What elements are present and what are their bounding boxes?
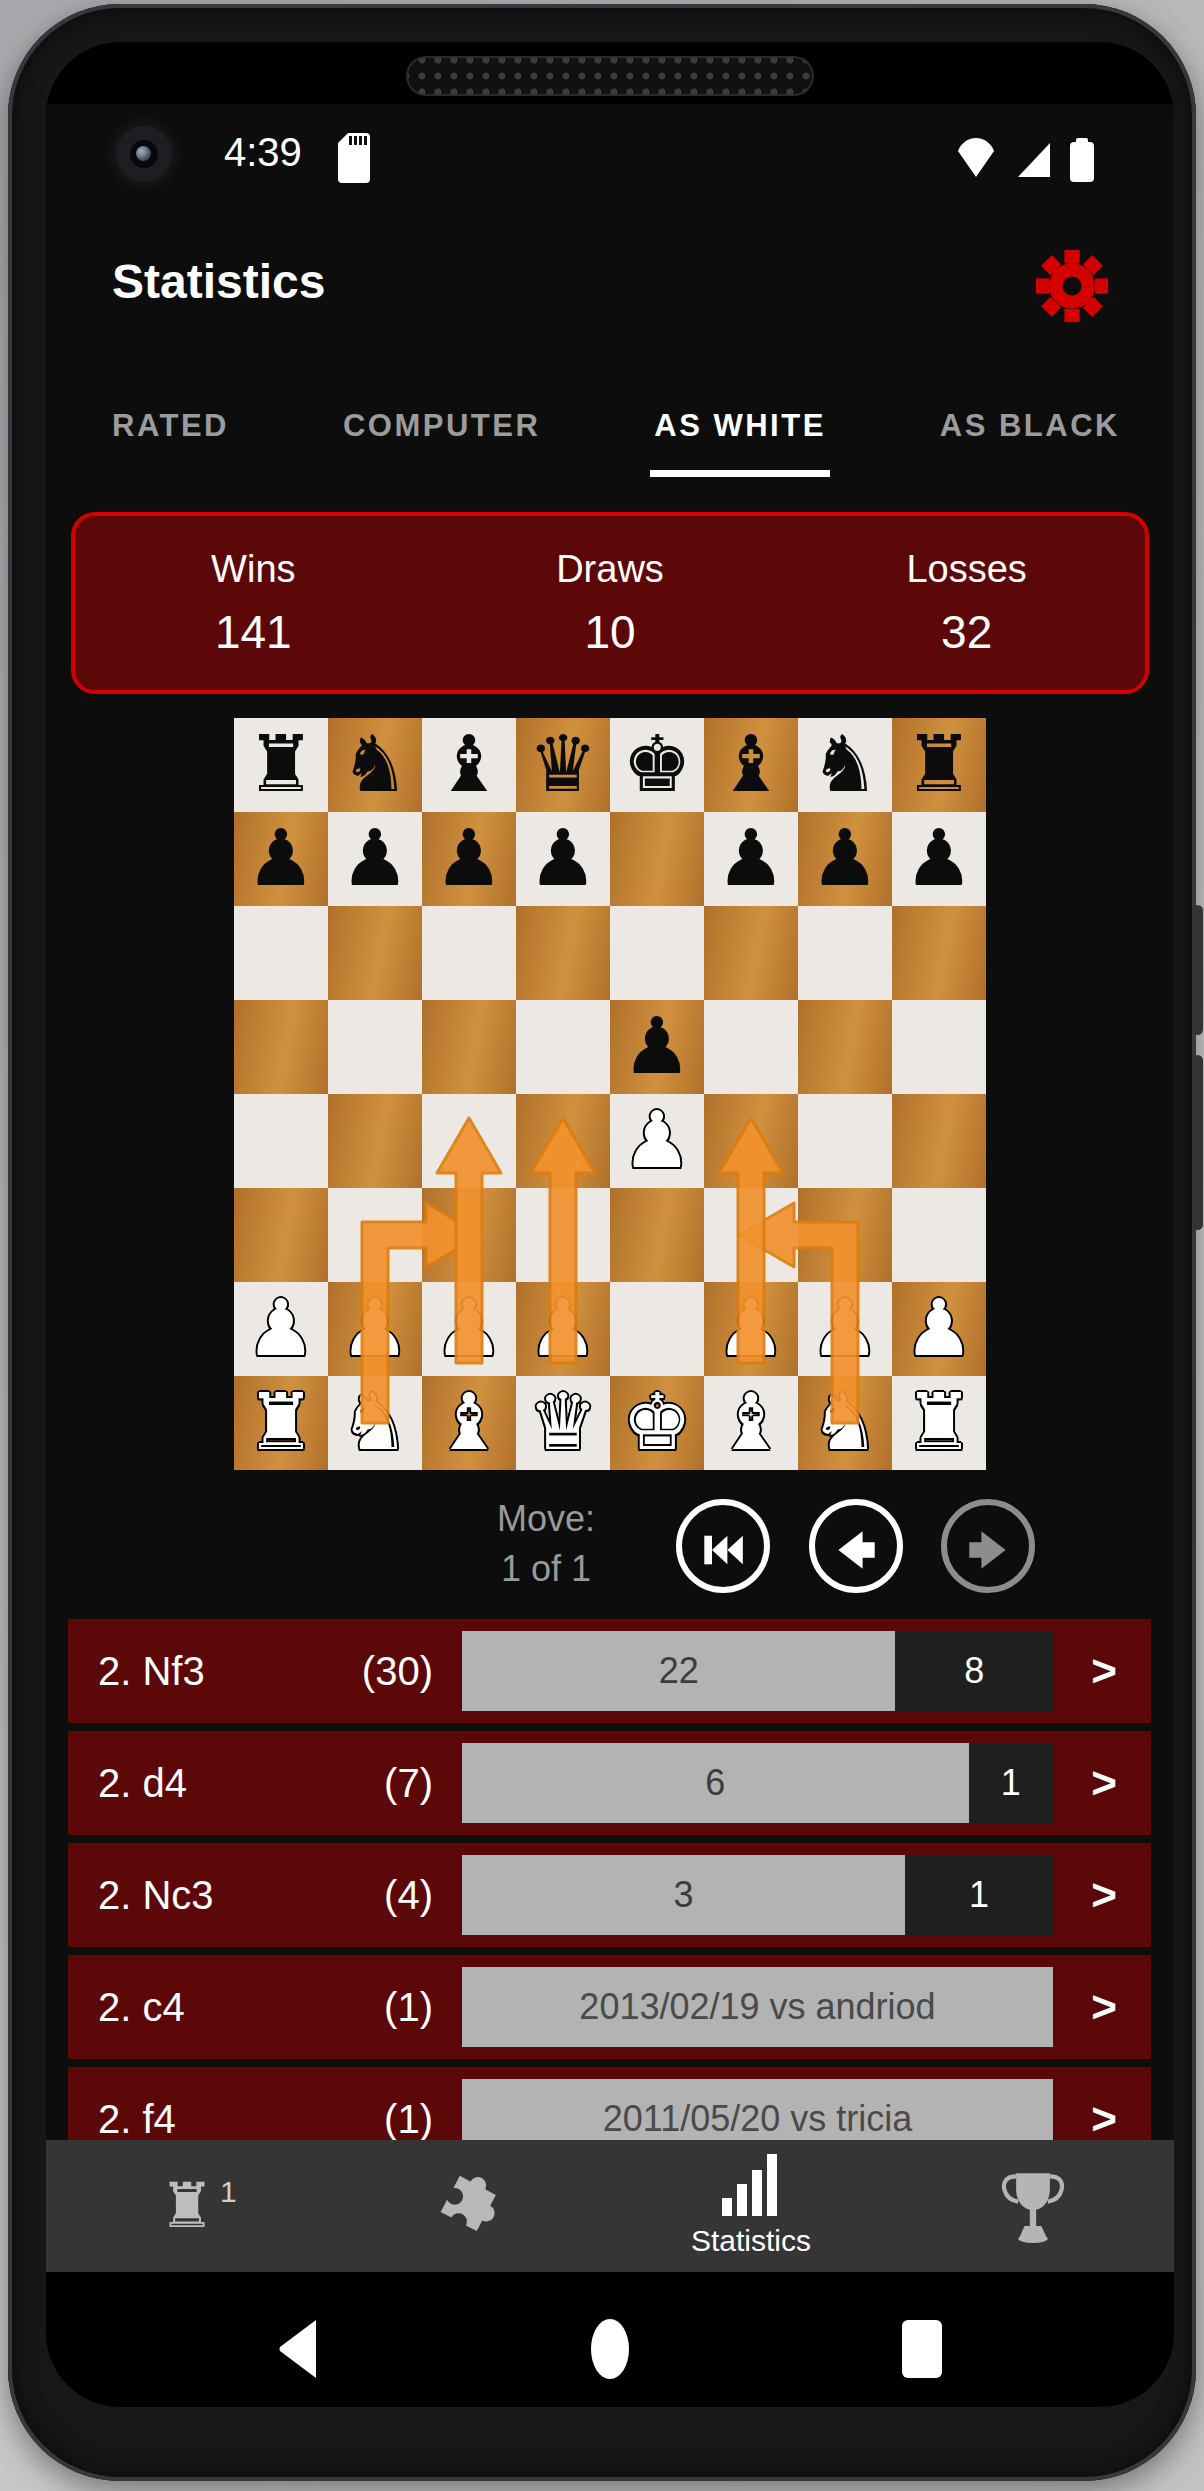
move-list: 2. Nf3 (30) 228 > 2. d4 (7) 61 > 2. Nc3 … xyxy=(68,1619,1151,2140)
arrow-d2-d4 xyxy=(531,1118,595,1363)
wins-segment: 3 xyxy=(462,1855,905,1935)
forward-arrow-icon xyxy=(955,1517,1021,1583)
battery-icon xyxy=(1068,136,1096,184)
home-circle-icon xyxy=(590,2318,630,2380)
skip-to-start-icon xyxy=(690,1517,756,1583)
nav-item-statistics[interactable]: Statistics xyxy=(610,2140,892,2272)
draws-summary: Draws 10 xyxy=(432,548,789,659)
chevron-right-icon: > xyxy=(1091,1758,1117,1808)
move-san: 2. Nc3 xyxy=(98,1873,298,1918)
phone-screen: 4:39 xyxy=(46,42,1174,2407)
back-triangle-icon xyxy=(276,2318,320,2380)
move-count: (7) xyxy=(298,1761,433,1806)
nav-item-puzzles[interactable] xyxy=(328,2140,610,2272)
game-detail: 2011/05/20 vs tricia xyxy=(462,2079,1053,2140)
power-button xyxy=(1192,1055,1203,1230)
tab-computer[interactable]: COMPUTER xyxy=(339,408,544,477)
back-arrow-icon xyxy=(823,1517,889,1583)
losses-segment: 8 xyxy=(895,1631,1053,1711)
status-bar: 4:39 xyxy=(46,130,1174,200)
losses-segment: 1 xyxy=(969,1743,1053,1823)
losses-segment: 1 xyxy=(905,1855,1053,1935)
move-san: 2. Nf3 xyxy=(98,1649,298,1694)
result-bar: 31 xyxy=(462,1855,1053,1935)
move-count: (4) xyxy=(298,1873,433,1918)
wins-summary: Wins 141 xyxy=(75,548,432,659)
move-row-2c4[interactable]: 2. c4 (1) 2013/02/19 vs andriod > xyxy=(68,1955,1151,2059)
game-detail: 2013/02/19 vs andriod xyxy=(462,1967,1053,2047)
puzzle-icon xyxy=(430,2167,508,2245)
badge-count: 1 xyxy=(220,2161,237,2223)
tab-bar: RATEDCOMPUTERAS WHITEAS BLACK xyxy=(108,408,1124,477)
bottom-nav-bar: ♜1 Statistics xyxy=(46,2140,1174,2272)
move-row-2f4[interactable]: 2. f4 (1) 2011/05/20 vs tricia > xyxy=(68,2067,1151,2140)
trophy-icon xyxy=(1000,2168,1066,2244)
move-count: (30) xyxy=(298,1649,433,1694)
sd-card-icon xyxy=(338,132,372,184)
phone-frame: 4:39 xyxy=(8,4,1196,2481)
move-row-2d4[interactable]: 2. d4 (7) 61 > xyxy=(68,1731,1151,1835)
result-bar: 228 xyxy=(462,1631,1053,1711)
result-bar: 61 xyxy=(462,1743,1053,1823)
move-count: (1) xyxy=(298,2097,433,2141)
move-san: 2. d4 xyxy=(98,1761,298,1806)
chevron-right-icon: > xyxy=(1091,1982,1117,2032)
earpiece-speaker xyxy=(406,56,814,96)
move-san: 2. f4 xyxy=(98,2097,298,2141)
nav-label-statistics: Statistics xyxy=(691,2224,811,2258)
tab-as-black[interactable]: AS BLACK xyxy=(936,408,1124,477)
chevron-right-icon: > xyxy=(1091,1646,1117,1696)
clock: 4:39 xyxy=(224,130,302,175)
tab-as-white[interactable]: AS WHITE xyxy=(650,408,830,477)
wifi-icon xyxy=(954,138,998,182)
android-recents-button[interactable] xyxy=(897,2318,947,2382)
move-count: (1) xyxy=(298,1985,433,2030)
chevron-right-icon: > xyxy=(1091,2094,1117,2140)
next-move-button[interactable] xyxy=(941,1499,1035,1593)
screenshot: 4:39 xyxy=(0,0,1204,2491)
rook-icon: ♜1 xyxy=(159,2175,215,2237)
move-arrows-overlay xyxy=(234,718,986,1470)
previous-move-button[interactable] xyxy=(809,1499,903,1593)
chevron-right-icon: > xyxy=(1091,1870,1117,1920)
android-back-button[interactable] xyxy=(273,2318,323,2382)
move-san: 2. c4 xyxy=(98,1985,298,2030)
nav-item-play[interactable]: ♜1 xyxy=(46,2140,328,2272)
result-bar: 2011/05/20 vs tricia xyxy=(462,2079,1053,2140)
signal-icon xyxy=(1012,138,1054,182)
move-row-2Nc3[interactable]: 2. Nc3 (4) 31 > xyxy=(68,1843,1151,1947)
android-home-button[interactable] xyxy=(585,2318,635,2382)
wins-segment: 6 xyxy=(462,1743,969,1823)
android-nav-bar xyxy=(46,2292,1174,2407)
nav-item-achievements[interactable] xyxy=(892,2140,1174,2272)
move-row-2Nf3[interactable]: 2. Nf3 (30) 228 > xyxy=(68,1619,1151,1723)
move-counter: Move: 1 of 1 xyxy=(426,1494,666,1594)
page-title: Statistics xyxy=(112,254,325,309)
wins-segment: 22 xyxy=(462,1631,895,1711)
tab-rated[interactable]: RATED xyxy=(108,408,233,477)
bar-chart-icon xyxy=(722,2154,780,2216)
recents-square-icon xyxy=(901,2318,943,2380)
results-summary-card: Wins 141 Draws 10 Losses 32 xyxy=(71,512,1149,694)
volume-button xyxy=(1192,905,1203,1035)
losses-summary: Losses 32 xyxy=(788,548,1145,659)
result-bar: 2013/02/19 vs andriod xyxy=(462,1967,1053,2047)
skip-to-start-button[interactable] xyxy=(676,1499,770,1593)
settings-gear-icon[interactable] xyxy=(1034,248,1110,324)
